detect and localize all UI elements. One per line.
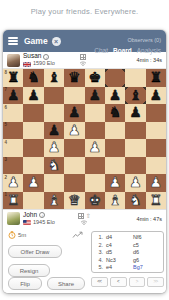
square-b3[interactable] (23, 157, 43, 175)
square-e2[interactable] (85, 174, 105, 192)
tab-analysis[interactable]: Analysis (137, 47, 161, 54)
black-bishop[interactable]: ♝ (129, 87, 142, 103)
square-e6[interactable] (85, 104, 105, 122)
white-move[interactable]: d5 (106, 249, 133, 257)
last-move-button[interactable]: >> (147, 277, 164, 287)
white-move[interactable]: Nc3 (106, 257, 133, 265)
square-g6[interactable]: ♟ (125, 104, 145, 122)
black-pawn[interactable]: ♟ (27, 87, 40, 103)
square-f1[interactable]: ♝ (105, 192, 125, 210)
rank-label: 5 (5, 123, 8, 128)
square-h5[interactable] (146, 122, 166, 140)
resign-button[interactable]: Resign (8, 264, 50, 277)
player-row-john: Johni 1945 Elo ⇧ 4min : 47s (3, 209, 166, 227)
square-c1[interactable]: ♝ (44, 192, 64, 210)
next-move-button[interactable]: > (129, 277, 146, 287)
square-g4[interactable] (125, 139, 145, 157)
white-bishop[interactable]: ♝ (48, 192, 61, 208)
square-g1[interactable]: ♞ (125, 192, 145, 210)
player-name: Susan (23, 53, 41, 60)
square-c7[interactable] (44, 87, 64, 105)
white-rook[interactable]: ♜ (150, 192, 163, 208)
black-pawn[interactable]: ♟ (68, 104, 81, 120)
black-rook[interactable]: ♜ (150, 69, 163, 85)
tagline: Play your friends. Everywhere. (0, 0, 169, 16)
square-c8[interactable]: ♝ (44, 69, 64, 87)
upload-arrow-icon: ⇧ (86, 213, 91, 219)
move-list[interactable]: 1.d4Nf62.c4c53.d5d64.Nc3g65.e4Bg7 (91, 231, 164, 273)
black-king[interactable]: ♚ (88, 69, 101, 85)
square-h4[interactable] (146, 139, 166, 157)
rank-label: 4 (5, 141, 8, 146)
move-number: 1. (95, 234, 106, 242)
black-pawn[interactable]: ♟ (109, 87, 122, 103)
move-row: 1.d4Nf6 (95, 234, 160, 242)
time-control-badge: 5m (8, 231, 26, 239)
chess-board[interactable]: 8♜♞♝♛♚♜7♟♟♟♟♝♟6♟♞♟5♟♟4♟♟3♞2♟♟♟♟♟1♜♝♛♚♝♞♜ (3, 69, 166, 209)
analysis-chart-icon[interactable] (72, 231, 83, 239)
white-pawn[interactable]: ♟ (68, 122, 81, 138)
square-f8[interactable] (105, 69, 125, 87)
black-pawn[interactable]: ♟ (88, 87, 101, 103)
tab-board[interactable]: Board (113, 47, 132, 54)
black-move[interactable]: c5 (133, 242, 160, 250)
white-pawn[interactable]: ♟ (150, 174, 163, 190)
black-knight[interactable]: ♞ (109, 104, 122, 120)
square-h6[interactable] (146, 104, 166, 122)
hamburger-menu-icon[interactable] (8, 37, 18, 45)
move-number: 2. (95, 242, 106, 250)
white-rook[interactable]: ♜ (7, 192, 20, 208)
white-pawn[interactable]: ♟ (129, 174, 142, 190)
black-pawn[interactable]: ♟ (150, 87, 163, 103)
clock-icon (8, 231, 16, 239)
connection-icons (79, 54, 87, 66)
page-title: Game (24, 36, 48, 46)
black-rook[interactable]: ♜ (7, 69, 20, 85)
white-pawn[interactable]: ♟ (7, 174, 20, 190)
square-g8[interactable] (125, 69, 145, 87)
square-f7[interactable]: ♟ (105, 87, 125, 105)
square-d7[interactable] (64, 87, 84, 105)
avatar[interactable] (7, 212, 20, 225)
us-flag-icon (23, 220, 31, 225)
square-f6[interactable]: ♞ (105, 104, 125, 122)
square-d1[interactable]: ♛ (64, 192, 84, 210)
rank-label: 8 (5, 71, 8, 76)
square-e8[interactable]: ♚ (85, 69, 105, 87)
flip-button[interactable]: Flip (8, 277, 42, 290)
square-c4[interactable]: ♟ (44, 139, 64, 157)
board-grid-icon (80, 54, 86, 60)
connection-icons: ⇧ (78, 213, 91, 225)
square-d6[interactable]: ♟ (64, 104, 84, 122)
rank-label: 2 (5, 176, 8, 181)
wifi-icon (80, 220, 88, 225)
info-icon[interactable]: i (39, 212, 45, 218)
move-row: 5.e4Bg7 (95, 264, 160, 272)
white-move[interactable]: c4 (106, 242, 133, 250)
share-button[interactable]: Share (47, 277, 85, 290)
square-g3[interactable] (125, 157, 145, 175)
square-e7[interactable]: ♟ (85, 87, 105, 105)
white-move[interactable]: e4 (106, 264, 133, 272)
tab-chat[interactable]: Chat (94, 47, 108, 54)
uk-flag-icon (23, 62, 31, 67)
header-bar: Game × Observers (0) Chat Board Analysis (3, 30, 166, 52)
square-d8[interactable]: ♛ (64, 69, 84, 87)
board-grid-icon (78, 213, 84, 219)
square-c5[interactable]: ♟ (44, 122, 64, 140)
square-c3[interactable]: ♞ (44, 157, 64, 175)
square-c2[interactable] (44, 174, 64, 192)
square-f5[interactable] (105, 122, 125, 140)
square-h8[interactable]: ♜ (146, 69, 166, 87)
offer-draw-button[interactable]: Offer Draw (8, 245, 62, 258)
square-f2[interactable]: ♟ (105, 174, 125, 192)
square-g7[interactable]: ♝ (125, 87, 145, 105)
square-e5[interactable] (85, 122, 105, 140)
square-h3[interactable] (146, 157, 166, 175)
square-b6[interactable] (23, 104, 43, 122)
square-h1[interactable]: ♜ (146, 192, 166, 210)
move-number: 3. (95, 249, 106, 257)
black-move[interactable]: d6 (133, 249, 160, 257)
square-b5[interactable] (23, 122, 43, 140)
move-row: 4.Nc3g6 (95, 257, 160, 265)
rank-label: 1 (5, 193, 8, 198)
square-b7[interactable]: ♟ (23, 87, 43, 105)
square-d2[interactable] (64, 174, 84, 192)
move-number: 5. (95, 264, 106, 272)
player-row-susan: Susani 1590 Elo 4min : 34s (3, 52, 166, 69)
rank-label: 3 (5, 158, 8, 163)
first-move-button[interactable]: << (91, 277, 108, 287)
square-f4[interactable] (105, 139, 125, 157)
wifi-icon (79, 61, 87, 66)
move-number: 4. (95, 257, 106, 265)
square-e1[interactable]: ♚ (85, 192, 105, 210)
square-b8[interactable]: ♞ (23, 69, 43, 87)
player-elo: 1590 Elo (33, 61, 55, 67)
move-row: 2.c4c5 (95, 242, 160, 250)
square-f3[interactable] (105, 157, 125, 175)
black-pawn[interactable]: ♟ (48, 122, 61, 138)
white-knight[interactable]: ♞ (129, 192, 142, 208)
white-king[interactable]: ♚ (88, 192, 101, 208)
close-icon[interactable]: × (52, 37, 61, 46)
white-pawn[interactable]: ♟ (48, 139, 61, 155)
tab-bar: Chat Board Analysis (94, 47, 161, 54)
square-d5[interactable]: ♟ (64, 122, 84, 140)
white-knight[interactable]: ♞ (48, 157, 61, 173)
white-pawn[interactable]: ♟ (88, 139, 101, 155)
square-g2[interactable]: ♟ (125, 174, 145, 192)
player-clock: 4min : 47s (137, 216, 162, 222)
move-nav-buttons: <<<>>> (91, 277, 164, 287)
observers-count[interactable]: Observers (0) (127, 37, 161, 43)
move-row: 3.d5d6 (95, 249, 160, 257)
white-move[interactable]: d4 (106, 234, 133, 242)
square-h7[interactable]: ♟ (146, 87, 166, 105)
white-bishop[interactable]: ♝ (109, 192, 122, 208)
white-pawn[interactable]: ♟ (109, 174, 122, 190)
square-g5[interactable] (125, 122, 145, 140)
player-elo: 1945 Elo (33, 220, 55, 226)
rank-label: 6 (5, 106, 8, 111)
white-pawn[interactable]: ♟ (27, 174, 40, 190)
black-knight[interactable]: ♞ (27, 69, 40, 85)
chess-app-window: Game × Observers (0) Chat Board Analysis… (3, 30, 166, 293)
white-queen[interactable]: ♛ (68, 192, 81, 208)
black-move[interactable]: g6 (133, 257, 160, 265)
black-pawn[interactable]: ♟ (129, 104, 142, 120)
rank-label: 7 (5, 88, 8, 93)
controls-panel: 5m Offer Draw Resign Flip Share 1.d4Nf62… (3, 227, 166, 293)
info-icon[interactable]: i (43, 54, 49, 60)
square-h2[interactable]: ♟ (146, 174, 166, 192)
player-clock: 4min : 34s (137, 57, 162, 63)
avatar[interactable] (7, 54, 20, 67)
black-queen[interactable]: ♛ (68, 69, 81, 85)
black-pawn[interactable]: ♟ (7, 87, 20, 103)
square-c6[interactable] (44, 104, 64, 122)
black-bishop[interactable]: ♝ (48, 69, 61, 85)
square-b2[interactable]: ♟ (23, 174, 43, 192)
prev-move-button[interactable]: < (110, 277, 127, 287)
square-d4[interactable] (64, 139, 84, 157)
black-move[interactable]: Bg7 (133, 264, 160, 272)
player-name: John (23, 212, 37, 219)
square-e3[interactable] (85, 157, 105, 175)
square-e4[interactable]: ♟ (85, 139, 105, 157)
square-d3[interactable] (64, 157, 84, 175)
square-b4[interactable] (23, 139, 43, 157)
black-move[interactable]: Nf6 (133, 234, 160, 242)
square-b1[interactable] (23, 192, 43, 210)
